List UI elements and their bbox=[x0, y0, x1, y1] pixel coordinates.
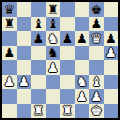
white-pawn-g2[interactable]: ♟ bbox=[90, 89, 102, 102]
white-knight-f3[interactable]: ♞ bbox=[76, 75, 88, 88]
square-b3[interactable]: ♟ bbox=[17, 75, 32, 90]
black-pawn-g7[interactable]: ♟ bbox=[90, 17, 102, 30]
square-f8[interactable] bbox=[75, 2, 90, 17]
square-a7[interactable]: ♜ bbox=[2, 17, 17, 32]
square-g2[interactable]: ♟ bbox=[89, 89, 104, 104]
square-e5[interactable] bbox=[60, 46, 75, 61]
square-h5[interactable]: ♟ bbox=[104, 46, 119, 61]
square-h6[interactable]: ♟ bbox=[104, 31, 119, 46]
square-g6[interactable]: ♛ bbox=[89, 31, 104, 46]
chess-board-frame: ♛♜♚♜♝♝♟♟♞♟♟♛♟♟♞♟♟♟♟♞♝♟♟♜♜♚ bbox=[0, 0, 120, 120]
black-king-g8[interactable]: ♚ bbox=[90, 2, 102, 15]
square-f2[interactable]: ♟ bbox=[75, 89, 90, 104]
white-pawn-a3[interactable]: ♟ bbox=[3, 75, 15, 88]
square-a8[interactable]: ♛ bbox=[2, 2, 17, 17]
black-pawn-f6[interactable]: ♟ bbox=[76, 31, 88, 44]
white-bishop-g3[interactable]: ♝ bbox=[90, 75, 102, 88]
square-d6[interactable]: ♞ bbox=[46, 31, 61, 46]
square-b5[interactable] bbox=[17, 46, 32, 61]
square-b4[interactable] bbox=[17, 60, 32, 75]
square-d1[interactable] bbox=[46, 104, 61, 119]
white-rook-c1[interactable]: ♜ bbox=[32, 104, 44, 117]
square-f1[interactable] bbox=[75, 104, 90, 119]
square-g3[interactable]: ♝ bbox=[89, 75, 104, 90]
white-rook-e1[interactable]: ♜ bbox=[61, 104, 73, 117]
black-pawn-c6[interactable]: ♟ bbox=[32, 31, 44, 44]
square-e3[interactable] bbox=[60, 75, 75, 90]
black-knight-d5[interactable]: ♞ bbox=[47, 46, 59, 59]
white-knight-d6[interactable]: ♞ bbox=[47, 31, 59, 44]
chess-board: ♛♜♚♜♝♝♟♟♞♟♟♛♟♟♞♟♟♟♟♞♝♟♟♜♜♚ bbox=[2, 2, 118, 118]
square-b6[interactable] bbox=[17, 31, 32, 46]
square-e7[interactable] bbox=[60, 17, 75, 32]
square-h4[interactable] bbox=[104, 60, 119, 75]
square-f6[interactable]: ♟ bbox=[75, 31, 90, 46]
white-pawn-d4[interactable]: ♟ bbox=[47, 60, 59, 73]
square-g1[interactable]: ♚ bbox=[89, 104, 104, 119]
square-g4[interactable] bbox=[89, 60, 104, 75]
square-c2[interactable] bbox=[31, 89, 46, 104]
white-pawn-b3[interactable]: ♟ bbox=[18, 75, 30, 88]
square-d3[interactable] bbox=[46, 75, 61, 90]
square-e2[interactable] bbox=[60, 89, 75, 104]
square-g5[interactable] bbox=[89, 46, 104, 61]
square-h8[interactable] bbox=[104, 2, 119, 17]
square-g7[interactable]: ♟ bbox=[89, 17, 104, 32]
square-a4[interactable] bbox=[2, 60, 17, 75]
square-c3[interactable] bbox=[31, 75, 46, 90]
square-h7[interactable] bbox=[104, 17, 119, 32]
square-f7[interactable] bbox=[75, 17, 90, 32]
black-rook-a7[interactable]: ♜ bbox=[3, 17, 15, 30]
square-h1[interactable] bbox=[104, 104, 119, 119]
square-e6[interactable]: ♟ bbox=[60, 31, 75, 46]
square-e4[interactable] bbox=[60, 60, 75, 75]
square-h2[interactable] bbox=[104, 89, 119, 104]
square-f3[interactable]: ♞ bbox=[75, 75, 90, 90]
square-a6[interactable] bbox=[2, 31, 17, 46]
square-a2[interactable] bbox=[2, 89, 17, 104]
square-f4[interactable] bbox=[75, 60, 90, 75]
white-queen-g6[interactable]: ♛ bbox=[90, 31, 102, 44]
square-b1[interactable] bbox=[17, 104, 32, 119]
square-c8[interactable] bbox=[31, 2, 46, 17]
white-king-g1[interactable]: ♚ bbox=[90, 104, 102, 117]
square-c4[interactable] bbox=[31, 60, 46, 75]
square-a1[interactable] bbox=[2, 104, 17, 119]
black-bishop-c7[interactable]: ♝ bbox=[32, 17, 44, 30]
square-g8[interactable]: ♚ bbox=[89, 2, 104, 17]
square-d2[interactable] bbox=[46, 89, 61, 104]
black-bishop-d7[interactable]: ♝ bbox=[47, 17, 59, 30]
square-d4[interactable]: ♟ bbox=[46, 60, 61, 75]
black-queen-a8[interactable]: ♛ bbox=[3, 2, 15, 15]
square-e8[interactable] bbox=[60, 2, 75, 17]
black-rook-d8[interactable]: ♜ bbox=[47, 2, 59, 15]
square-c6[interactable]: ♟ bbox=[31, 31, 46, 46]
square-b2[interactable] bbox=[17, 89, 32, 104]
square-b8[interactable] bbox=[17, 2, 32, 17]
black-pawn-h6[interactable]: ♟ bbox=[105, 31, 117, 44]
square-d5[interactable]: ♞ bbox=[46, 46, 61, 61]
square-a5[interactable]: ♟ bbox=[2, 46, 17, 61]
square-c1[interactable]: ♜ bbox=[31, 104, 46, 119]
square-a3[interactable]: ♟ bbox=[2, 75, 17, 90]
square-c7[interactable]: ♝ bbox=[31, 17, 46, 32]
square-f5[interactable] bbox=[75, 46, 90, 61]
square-d8[interactable]: ♜ bbox=[46, 2, 61, 17]
square-h3[interactable] bbox=[104, 75, 119, 90]
white-pawn-h5[interactable]: ♟ bbox=[105, 46, 117, 59]
black-pawn-a5[interactable]: ♟ bbox=[3, 46, 15, 59]
square-e1[interactable]: ♜ bbox=[60, 104, 75, 119]
black-pawn-e6[interactable]: ♟ bbox=[61, 31, 73, 44]
white-pawn-f2[interactable]: ♟ bbox=[76, 89, 88, 102]
square-c5[interactable] bbox=[31, 46, 46, 61]
square-d7[interactable]: ♝ bbox=[46, 17, 61, 32]
square-b7[interactable] bbox=[17, 17, 32, 32]
